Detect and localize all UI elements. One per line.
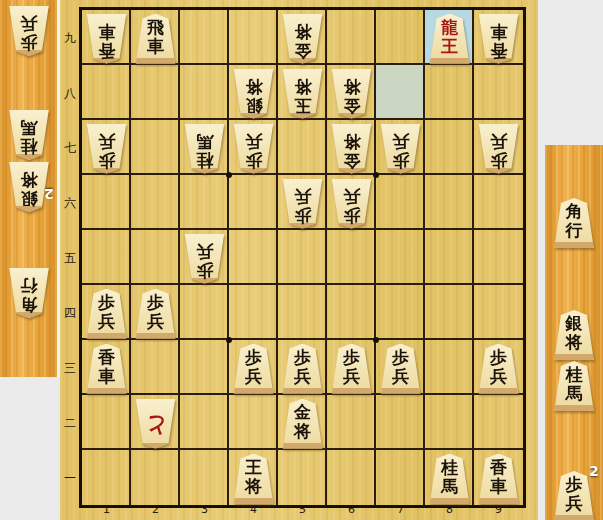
square-3-9[interactable] bbox=[180, 10, 229, 65]
piece-pawn-1-7[interactable]: 歩兵 bbox=[86, 124, 128, 174]
hand-piece-bishop[interactable]: 角行 bbox=[553, 198, 595, 248]
piece-kanji: 香車 bbox=[478, 14, 520, 64]
square-7-2[interactable] bbox=[376, 395, 425, 450]
square-4-4[interactable] bbox=[229, 285, 278, 340]
square-9-4[interactable] bbox=[474, 285, 523, 340]
piece-pawn-2-4[interactable]: 歩兵 bbox=[135, 289, 177, 339]
square-2-6[interactable] bbox=[131, 175, 180, 230]
square-2-5[interactable] bbox=[131, 230, 180, 285]
square-6-4[interactable] bbox=[327, 285, 376, 340]
piece-pawn-6-3[interactable]: 歩兵 bbox=[331, 344, 373, 394]
square-1-8[interactable] bbox=[82, 65, 131, 120]
piece-pawn-1-4[interactable]: 歩兵 bbox=[86, 289, 128, 339]
piece-silver-4-8[interactable]: 銀将 bbox=[233, 69, 275, 119]
piece-knight-8-1[interactable]: 桂馬 bbox=[429, 454, 471, 504]
piece-kanji: と bbox=[135, 399, 177, 449]
square-3-1[interactable] bbox=[180, 450, 229, 505]
square-3-2[interactable] bbox=[180, 395, 229, 450]
piece-gold-6-8[interactable]: 金将 bbox=[331, 69, 373, 119]
piece-king-5-8[interactable]: 玉将 bbox=[282, 69, 324, 119]
piece-kanji: 飛車 bbox=[135, 14, 177, 64]
piece-kanji: 桂馬 bbox=[184, 124, 226, 174]
square-7-4[interactable] bbox=[376, 285, 425, 340]
shogi-app: 歩兵桂馬銀将2角行 角行銀将桂馬歩兵2 九八七六五四三二一 123456789 … bbox=[0, 0, 603, 520]
square-8-5[interactable] bbox=[425, 230, 474, 285]
rank-label-6: 六 bbox=[61, 194, 79, 211]
square-7-8[interactable] bbox=[376, 65, 425, 120]
piece-kanji: 銀将 bbox=[233, 69, 275, 119]
square-6-5[interactable] bbox=[327, 230, 376, 285]
piece-king-4-1[interactable]: 王将 bbox=[233, 454, 275, 504]
square-3-6[interactable] bbox=[180, 175, 229, 230]
square-8-3[interactable] bbox=[425, 340, 474, 395]
piece-pawn-4-3[interactable]: 歩兵 bbox=[233, 344, 275, 394]
piece-kanji: 王将 bbox=[233, 454, 275, 504]
square-3-4[interactable] bbox=[180, 285, 229, 340]
piece-kanji: 桂馬 bbox=[8, 110, 50, 160]
piece-kanji: 歩兵 bbox=[233, 344, 275, 394]
square-8-7[interactable] bbox=[425, 120, 474, 175]
rank-label-1: 一 bbox=[61, 469, 79, 486]
hoshi-dot bbox=[373, 172, 379, 178]
square-6-9[interactable] bbox=[327, 10, 376, 65]
piece-kanji: 香車 bbox=[86, 344, 128, 394]
square-9-2[interactable] bbox=[474, 395, 523, 450]
rank-label-9: 九 bbox=[61, 29, 79, 46]
piece-kanji: 歩兵 bbox=[380, 124, 422, 174]
piece-gold-5-2[interactable]: 金将 bbox=[282, 399, 324, 449]
square-7-1[interactable] bbox=[376, 450, 425, 505]
square-5-7[interactable] bbox=[278, 120, 327, 175]
piece-kanji: 歩兵 bbox=[86, 124, 128, 174]
square-8-8[interactable] bbox=[425, 65, 474, 120]
piece-kanji: 歩兵 bbox=[478, 344, 520, 394]
rank-label-7: 七 bbox=[61, 139, 79, 156]
hand-count-pawn: 2 bbox=[589, 463, 599, 479]
square-2-8[interactable] bbox=[131, 65, 180, 120]
hand-piece-knight[interactable]: 桂馬 bbox=[553, 361, 595, 411]
piece-pawn-9-7[interactable]: 歩兵 bbox=[478, 124, 520, 174]
piece-kanji: 金将 bbox=[331, 69, 373, 119]
piece-gold-6-7[interactable]: 金将 bbox=[331, 124, 373, 174]
piece-kanji: 歩兵 bbox=[135, 289, 177, 339]
hoshi-dot bbox=[226, 172, 232, 178]
piece-kanji: 玉将 bbox=[282, 69, 324, 119]
square-7-5[interactable] bbox=[376, 230, 425, 285]
right-komadai: 角行銀将桂馬歩兵2 bbox=[545, 145, 603, 520]
square-4-9[interactable] bbox=[229, 10, 278, 65]
square-5-1[interactable] bbox=[278, 450, 327, 505]
square-1-2[interactable] bbox=[82, 395, 131, 450]
square-9-6[interactable] bbox=[474, 175, 523, 230]
square-1-1[interactable] bbox=[82, 450, 131, 505]
piece-rook-2-9[interactable]: 飛車 bbox=[135, 14, 177, 64]
square-2-3[interactable] bbox=[131, 340, 180, 395]
piece-kanji: 角行 bbox=[553, 198, 595, 248]
left-komadai: 歩兵桂馬銀将2角行 bbox=[0, 0, 57, 377]
piece-lance-1-9[interactable]: 香車 bbox=[86, 14, 128, 64]
hand-piece-pawn[interactable]: 歩兵 bbox=[8, 6, 50, 56]
piece-kanji: 歩兵 bbox=[282, 344, 324, 394]
piece-kanji: 金将 bbox=[282, 14, 324, 64]
piece-kanji: 香車 bbox=[86, 14, 128, 64]
piece-kanji: 歩兵 bbox=[331, 344, 373, 394]
piece-kanji: 歩兵 bbox=[184, 234, 226, 284]
piece-pawn-5-3[interactable]: 歩兵 bbox=[282, 344, 324, 394]
square-5-5[interactable] bbox=[278, 230, 327, 285]
piece-kanji: 歩兵 bbox=[331, 179, 373, 229]
hand-piece-knight[interactable]: 桂馬 bbox=[8, 110, 50, 160]
square-5-4[interactable] bbox=[278, 285, 327, 340]
rank-label-3: 三 bbox=[61, 359, 79, 376]
piece-pawn-3-5[interactable]: 歩兵 bbox=[184, 234, 226, 284]
square-4-2[interactable] bbox=[229, 395, 278, 450]
piece-pawn-5-6[interactable]: 歩兵 bbox=[282, 179, 324, 229]
piece-kanji: 桂馬 bbox=[553, 361, 595, 411]
rank-label-5: 五 bbox=[61, 249, 79, 266]
square-9-8[interactable] bbox=[474, 65, 523, 120]
square-8-6[interactable] bbox=[425, 175, 474, 230]
square-3-8[interactable] bbox=[180, 65, 229, 120]
piece-tokin-2-2[interactable]: と bbox=[135, 399, 177, 449]
piece-dragon-8-9[interactable]: 龍王 bbox=[429, 14, 471, 64]
square-2-1[interactable] bbox=[131, 450, 180, 505]
piece-kanji: 角行 bbox=[8, 268, 50, 318]
square-8-2[interactable] bbox=[425, 395, 474, 450]
hoshi-dot bbox=[373, 337, 379, 343]
piece-gold-5-9[interactable]: 金将 bbox=[282, 14, 324, 64]
piece-kanji: 龍王 bbox=[429, 14, 471, 64]
piece-kanji: 歩兵 bbox=[478, 124, 520, 174]
piece-pawn-4-7[interactable]: 歩兵 bbox=[233, 124, 275, 174]
piece-pawn-9-3[interactable]: 歩兵 bbox=[478, 344, 520, 394]
square-4-5[interactable] bbox=[229, 230, 278, 285]
square-9-5[interactable] bbox=[474, 230, 523, 285]
piece-kanji: 香車 bbox=[478, 454, 520, 504]
square-2-7[interactable] bbox=[131, 120, 180, 175]
piece-kanji: 歩兵 bbox=[380, 344, 422, 394]
square-7-6[interactable] bbox=[376, 175, 425, 230]
piece-pawn-7-3[interactable]: 歩兵 bbox=[380, 344, 422, 394]
hoshi-dot bbox=[226, 337, 232, 343]
square-1-5[interactable] bbox=[82, 230, 131, 285]
piece-kanji: 歩兵 bbox=[8, 6, 50, 56]
square-6-1[interactable] bbox=[327, 450, 376, 505]
piece-knight-3-7[interactable]: 桂馬 bbox=[184, 124, 226, 174]
square-1-6[interactable] bbox=[82, 175, 131, 230]
square-6-2[interactable] bbox=[327, 395, 376, 450]
piece-kanji: 桂馬 bbox=[429, 454, 471, 504]
piece-kanji: 銀将 bbox=[553, 310, 595, 360]
piece-pawn-7-7[interactable]: 歩兵 bbox=[380, 124, 422, 174]
rank-label-8: 八 bbox=[61, 84, 79, 101]
piece-lance-1-3[interactable]: 香車 bbox=[86, 344, 128, 394]
piece-kanji: 歩兵 bbox=[282, 179, 324, 229]
board: 香車飛車金将龍王香車銀将玉将金将歩兵桂馬歩兵金将歩兵歩兵歩兵歩兵歩兵歩兵歩兵香車… bbox=[79, 7, 526, 508]
square-7-9[interactable] bbox=[376, 10, 425, 65]
left-stand-gap bbox=[57, 0, 60, 377]
rank-label-4: 四 bbox=[61, 304, 79, 321]
rank-label-2: 二 bbox=[61, 414, 79, 431]
hand-count-silver: 2 bbox=[44, 186, 54, 202]
piece-kanji: 金将 bbox=[331, 124, 373, 174]
piece-lance-9-9[interactable]: 香車 bbox=[478, 14, 520, 64]
square-4-6[interactable] bbox=[229, 175, 278, 230]
piece-kanji: 歩兵 bbox=[86, 289, 128, 339]
piece-kanji: 金将 bbox=[282, 399, 324, 449]
piece-lance-9-1[interactable]: 香車 bbox=[478, 454, 520, 504]
piece-pawn-6-6[interactable]: 歩兵 bbox=[331, 179, 373, 229]
hand-piece-bishop[interactable]: 角行 bbox=[8, 268, 50, 318]
piece-kanji: 歩兵 bbox=[233, 124, 275, 174]
hand-piece-silver[interactable]: 銀将 bbox=[553, 310, 595, 360]
square-8-4[interactable] bbox=[425, 285, 474, 340]
square-3-3[interactable] bbox=[180, 340, 229, 395]
